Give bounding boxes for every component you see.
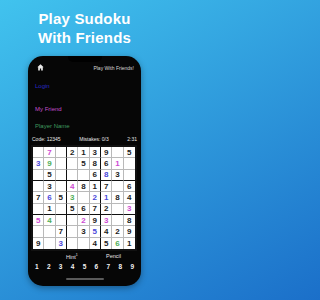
pencil-button[interactable]: Pencil <box>106 253 121 259</box>
numpad-key-9[interactable]: 9 <box>130 263 134 270</box>
cell-r5c5[interactable] <box>78 192 89 203</box>
cell-r2c2[interactable]: 9 <box>44 158 55 169</box>
page-title-line1: Play Sudoku <box>0 9 169 28</box>
cell-r8c3[interactable]: 7 <box>56 226 67 237</box>
cell-r6c3[interactable] <box>56 204 67 215</box>
cell-r6c5[interactable]: 6 <box>78 204 89 215</box>
cell-r1c9[interactable]: 5 <box>124 147 135 158</box>
hint-button[interactable]: Hint1 <box>66 253 78 260</box>
cell-r8c4[interactable] <box>67 226 78 237</box>
cell-r1c7[interactable]: 9 <box>101 147 112 158</box>
player-name-field[interactable]: Player Name <box>35 123 70 129</box>
cell-r9c7[interactable]: 5 <box>101 238 112 249</box>
phone-notch <box>68 56 102 62</box>
cell-r7c4[interactable] <box>67 215 78 226</box>
home-indicator[interactable] <box>66 278 104 280</box>
cell-r6c2[interactable]: 1 <box>44 204 55 215</box>
cell-r8c6[interactable]: 5 <box>90 226 101 237</box>
cell-r2c8[interactable]: 1 <box>112 158 123 169</box>
cell-r5c7[interactable]: 1 <box>101 192 112 203</box>
numpad-key-3[interactable]: 3 <box>59 263 63 270</box>
cell-r8c9[interactable]: 9 <box>124 226 135 237</box>
cell-r8c5[interactable]: 3 <box>78 226 89 237</box>
cell-r2c6[interactable]: 8 <box>90 158 101 169</box>
cell-r1c2[interactable]: 7 <box>44 147 55 158</box>
cell-r6c9[interactable]: 3 <box>124 204 135 215</box>
cell-r4c6[interactable]: 1 <box>90 181 101 192</box>
cell-r2c7[interactable]: 6 <box>101 158 112 169</box>
cell-r9c9[interactable]: 1 <box>124 238 135 249</box>
cell-r5c9[interactable]: 4 <box>124 192 135 203</box>
cell-r3c6[interactable]: 6 <box>90 170 101 181</box>
cell-r4c3[interactable] <box>56 181 67 192</box>
cell-r2c9[interactable] <box>124 158 135 169</box>
phone-frame: Play With Friends! Login My Friend Playe… <box>28 56 141 286</box>
cell-r6c1[interactable] <box>33 204 44 215</box>
cell-r3c9[interactable] <box>124 170 135 181</box>
cell-r5c4[interactable]: 3 <box>67 192 78 203</box>
page-title-line2: With Friends <box>0 28 169 47</box>
numpad-key-6[interactable]: 6 <box>95 263 99 270</box>
cell-r7c7[interactable]: 3 <box>101 215 112 226</box>
cell-r8c7[interactable]: 4 <box>101 226 112 237</box>
cell-r2c5[interactable]: 5 <box>78 158 89 169</box>
app-topbar: Play With Friends! <box>37 64 134 71</box>
cell-r7c6[interactable]: 9 <box>90 215 101 226</box>
login-link[interactable]: Login <box>35 83 50 89</box>
cell-r5c1[interactable]: 7 <box>33 192 44 203</box>
cell-r5c2[interactable]: 6 <box>44 192 55 203</box>
cell-r4c4[interactable]: 4 <box>67 181 78 192</box>
cell-r6c6[interactable]: 7 <box>90 204 101 215</box>
cell-r6c8[interactable] <box>112 204 123 215</box>
cell-r9c1[interactable]: 9 <box>33 238 44 249</box>
cell-r7c5[interactable]: 2 <box>78 215 89 226</box>
cell-r4c7[interactable]: 7 <box>101 181 112 192</box>
cell-r7c8[interactable] <box>112 215 123 226</box>
my-friends-link[interactable]: My Friend <box>35 106 62 112</box>
cell-r1c4[interactable]: 2 <box>67 147 78 158</box>
cell-r1c3[interactable] <box>56 147 67 158</box>
cell-r9c3[interactable]: 3 <box>56 238 67 249</box>
numpad-key-2[interactable]: 2 <box>47 263 51 270</box>
cell-r4c1[interactable] <box>33 181 44 192</box>
cell-r8c1[interactable] <box>33 226 44 237</box>
cell-r6c4[interactable]: 5 <box>67 204 78 215</box>
cell-r3c8[interactable]: 3 <box>112 170 123 181</box>
cell-r1c6[interactable]: 3 <box>90 147 101 158</box>
cell-r3c7[interactable]: 8 <box>101 170 112 181</box>
status-bar: Code: 12345 Mistakes: 0/3 2:31 <box>32 136 137 142</box>
cell-r9c2[interactable] <box>44 238 55 249</box>
cell-r7c9[interactable]: 8 <box>124 215 135 226</box>
cell-r7c1[interactable]: 5 <box>33 215 44 226</box>
page-title: Play Sudoku With Friends <box>0 0 169 47</box>
cell-r4c2[interactable]: 3 <box>44 181 55 192</box>
cell-r1c1[interactable] <box>33 147 44 158</box>
cell-r5c6[interactable]: 2 <box>90 192 101 203</box>
cell-r3c2[interactable]: 5 <box>44 170 55 181</box>
cell-r4c8[interactable] <box>112 181 123 192</box>
cell-r4c9[interactable]: 6 <box>124 181 135 192</box>
cell-r7c2[interactable]: 4 <box>44 215 55 226</box>
mistakes-counter: Mistakes: 0/3 <box>79 136 108 142</box>
cell-r1c8[interactable] <box>112 147 123 158</box>
cell-r3c4[interactable] <box>67 170 78 181</box>
cell-r9c8[interactable]: 6 <box>112 238 123 249</box>
cell-r9c4[interactable] <box>67 238 78 249</box>
cell-r2c4[interactable] <box>67 158 78 169</box>
timer: 2:31 <box>127 136 137 142</box>
numpad-key-1[interactable]: 1 <box>35 263 39 270</box>
cell-r8c2[interactable] <box>44 226 55 237</box>
numpad: 123456789 <box>35 263 134 270</box>
cell-r5c8[interactable]: 8 <box>112 192 123 203</box>
cell-r5c3[interactable]: 5 <box>56 192 67 203</box>
cell-r2c1[interactable]: 3 <box>33 158 44 169</box>
cell-r7c3[interactable] <box>56 215 67 226</box>
numpad-key-4[interactable]: 4 <box>71 263 75 270</box>
cell-r2c3[interactable] <box>56 158 67 169</box>
cell-r4c5[interactable]: 8 <box>78 181 89 192</box>
cell-r3c5[interactable] <box>78 170 89 181</box>
action-bar: Hint1 Pencil <box>28 253 141 262</box>
cell-r1c5[interactable]: 1 <box>78 147 89 158</box>
app-title: Play With Friends! <box>93 65 134 71</box>
cell-r8c8[interactable]: 2 <box>112 226 123 237</box>
cell-r6c7[interactable]: 2 <box>101 204 112 215</box>
numpad-key-7[interactable]: 7 <box>107 263 111 270</box>
page-background: { "header": {"line1": "Play Sudoku", "li… <box>0 0 169 300</box>
home-icon[interactable] <box>37 64 44 71</box>
game-code: Code: 12345 <box>32 136 61 142</box>
cell-r3c1[interactable] <box>33 170 44 181</box>
numpad-key-8[interactable]: 8 <box>118 263 122 270</box>
cell-r9c6[interactable]: 4 <box>90 238 101 249</box>
cell-r3c3[interactable] <box>56 170 67 181</box>
numpad-key-5[interactable]: 5 <box>83 263 87 270</box>
hint-badge: 1 <box>76 253 78 257</box>
cell-r9c5[interactable] <box>78 238 89 249</box>
sudoku-grid: 7213953958615683348176765321841567235429… <box>31 145 137 251</box>
